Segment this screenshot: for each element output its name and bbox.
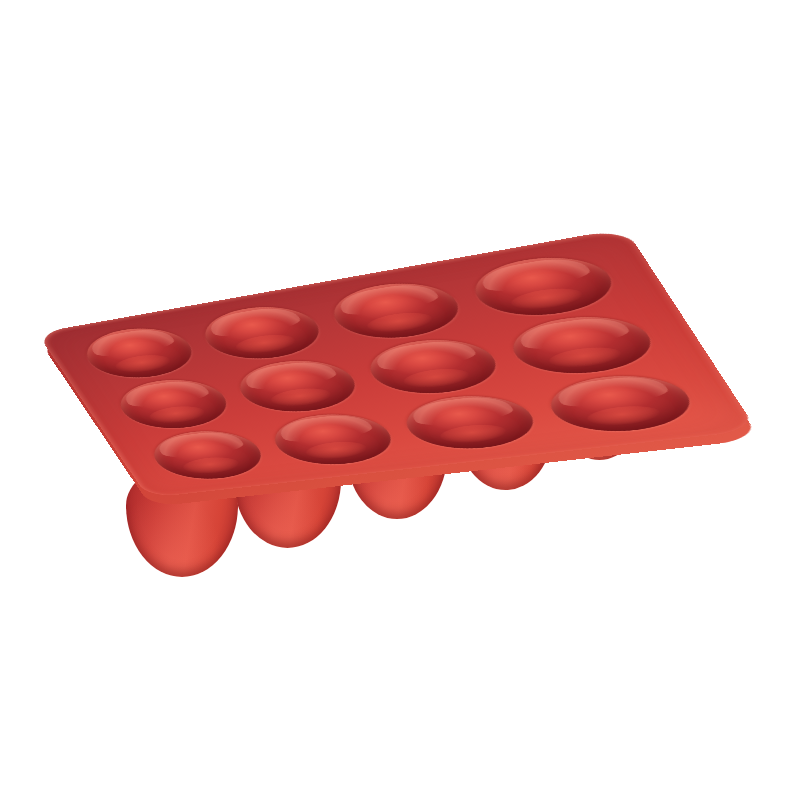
muffin-cup-r2-c2 [226,354,367,418]
muffin-cup-r3-c2 [261,408,404,470]
muffin-cup-r1-c4 [460,249,625,323]
muffin-cup-r3-c1 [141,425,273,483]
product-photo [0,0,800,800]
muffin-cup-r3-c4 [536,368,704,437]
muffin-cup-r3-c3 [392,389,546,454]
muffin-cup-r2-c3 [356,332,509,399]
muffin-cup-r2-c4 [498,309,665,381]
pan-top-face [37,228,757,498]
muffin-cup-r2-c1 [108,373,239,433]
cup-grid [37,228,757,498]
muffin-cup-r1-c3 [320,275,472,345]
muffin-cup-r1-c2 [192,300,332,366]
muffin-cup-r1-c1 [74,322,204,384]
